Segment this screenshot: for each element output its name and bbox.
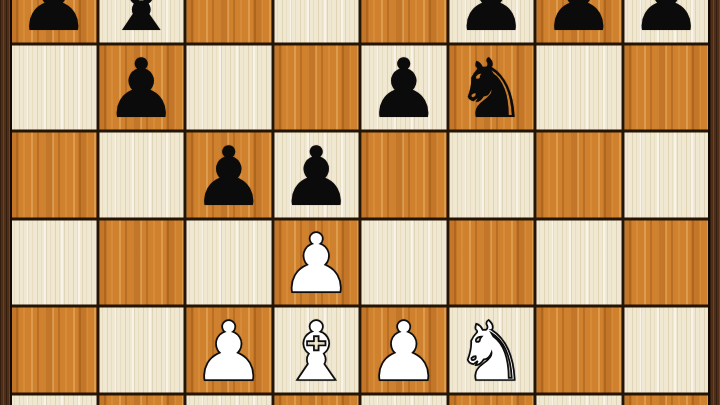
- square-f4[interactable]: [448, 219, 536, 307]
- black-pawn-d5: ♟: [273, 131, 361, 219]
- black-pawn-c5: ♟: [185, 131, 273, 219]
- square-c6[interactable]: [185, 44, 273, 132]
- square-c4[interactable]: [185, 219, 273, 307]
- square-e4[interactable]: [360, 219, 448, 307]
- square-f6[interactable]: ♞: [448, 44, 536, 132]
- square-d6[interactable]: [273, 44, 361, 132]
- square-e3[interactable]: ♟: [360, 306, 448, 394]
- white-knight-f3: ♞: [448, 306, 536, 394]
- square-f5[interactable]: [448, 131, 536, 219]
- square-a5[interactable]: [10, 131, 98, 219]
- black-pawn-a7: ♟: [10, 0, 98, 44]
- white-pawn-e3: ♟: [360, 306, 448, 394]
- chessboard-screenshot: ♟♝♟♟♟♟♟♞♟♟♟♟♝♟♞: [0, 0, 720, 405]
- square-b5[interactable]: [98, 131, 186, 219]
- square-a6[interactable]: [10, 44, 98, 132]
- square-b4[interactable]: [98, 219, 186, 307]
- square-h6[interactable]: [623, 44, 711, 132]
- square-b3[interactable]: [98, 306, 186, 394]
- chess-board: ♟♝♟♟♟♟♟♞♟♟♟♟♝♟♞: [10, 0, 710, 405]
- square-b2[interactable]: [98, 394, 186, 405]
- square-e5[interactable]: [360, 131, 448, 219]
- black-bishop-b7: ♝: [98, 0, 186, 44]
- square-h5[interactable]: [623, 131, 711, 219]
- black-pawn-e6: ♟: [360, 44, 448, 132]
- square-c3[interactable]: ♟: [185, 306, 273, 394]
- square-e6[interactable]: ♟: [360, 44, 448, 132]
- square-g4[interactable]: [535, 219, 623, 307]
- square-h2[interactable]: [623, 394, 711, 405]
- square-b6[interactable]: ♟: [98, 44, 186, 132]
- square-a4[interactable]: [10, 219, 98, 307]
- square-a3[interactable]: [10, 306, 98, 394]
- square-c7[interactable]: [185, 0, 273, 44]
- square-c5[interactable]: ♟: [185, 131, 273, 219]
- square-h4[interactable]: [623, 219, 711, 307]
- square-a2[interactable]: [10, 394, 98, 405]
- square-f3[interactable]: ♞: [448, 306, 536, 394]
- square-c2[interactable]: [185, 394, 273, 405]
- square-f2[interactable]: [448, 394, 536, 405]
- square-h7[interactable]: ♟: [623, 0, 711, 44]
- square-g7[interactable]: ♟: [535, 0, 623, 44]
- white-pawn-c3: ♟: [185, 306, 273, 394]
- square-h3[interactable]: [623, 306, 711, 394]
- square-g3[interactable]: [535, 306, 623, 394]
- white-pawn-d4: ♟: [273, 219, 361, 307]
- square-b7[interactable]: ♝: [98, 0, 186, 44]
- black-pawn-h7: ♟: [623, 0, 711, 44]
- square-g6[interactable]: [535, 44, 623, 132]
- board-frame-left: [0, 0, 12, 405]
- square-a7[interactable]: ♟: [10, 0, 98, 44]
- board-frame-right: [708, 0, 720, 405]
- square-d7[interactable]: [273, 0, 361, 44]
- square-e2[interactable]: [360, 394, 448, 405]
- black-pawn-g7: ♟: [535, 0, 623, 44]
- black-pawn-b6: ♟: [98, 44, 186, 132]
- black-pawn-f7: ♟: [448, 0, 536, 44]
- square-d2[interactable]: [273, 394, 361, 405]
- square-d4[interactable]: ♟: [273, 219, 361, 307]
- square-g2[interactable]: [535, 394, 623, 405]
- square-e7[interactable]: [360, 0, 448, 44]
- square-g5[interactable]: [535, 131, 623, 219]
- square-d5[interactable]: ♟: [273, 131, 361, 219]
- black-knight-f6: ♞: [448, 44, 536, 132]
- white-bishop-d3: ♝: [273, 306, 361, 394]
- square-f7[interactable]: ♟: [448, 0, 536, 44]
- square-d3[interactable]: ♝: [273, 306, 361, 394]
